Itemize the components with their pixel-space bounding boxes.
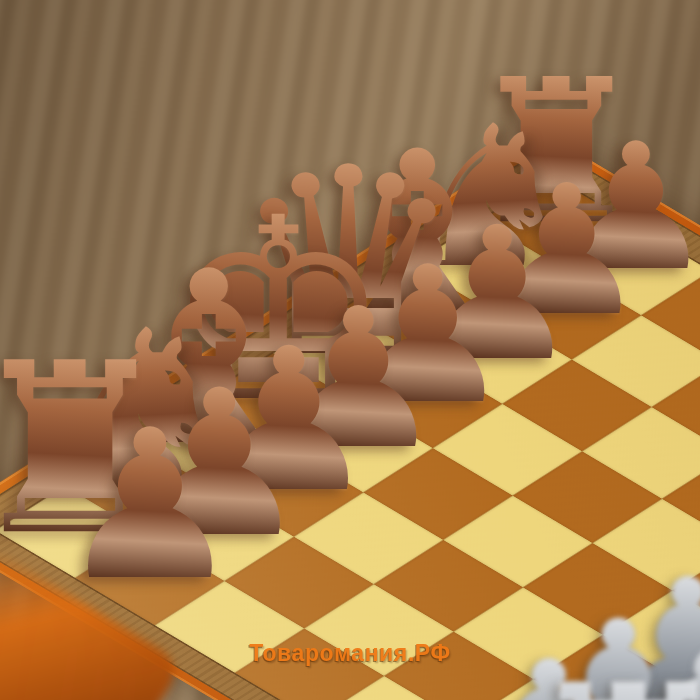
white-pawn-h2[interactable]: ♟: [57, 404, 242, 611]
photo-scene: ♜♞♟♝♟♛♟♚♟♝♟♞♟♟♜♟♟♜♟♟♞♟♝♟♛♟♚♟♝♟♞♜ Товаром…: [0, 0, 700, 700]
black-rook-h8[interactable]: ♜: [518, 653, 700, 700]
watermark-text: Товаромания.РФ: [249, 640, 451, 667]
